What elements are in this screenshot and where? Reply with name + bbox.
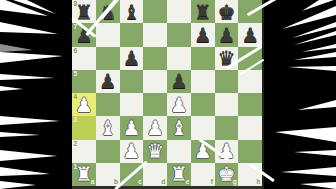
square-a5[interactable]: 5 <box>72 70 96 93</box>
square-h7[interactable]: ♟ <box>238 23 262 46</box>
square-e2[interactable] <box>167 140 191 163</box>
square-a6[interactable]: 6 <box>72 47 96 70</box>
piece-black-rook[interactable]: ♜ <box>75 2 93 22</box>
square-c3[interactable]: ♟ <box>120 116 144 139</box>
square-f6[interactable] <box>191 47 215 70</box>
square-g7[interactable]: ♟ <box>215 23 239 46</box>
file-label: c <box>138 179 142 186</box>
square-g8[interactable]: ♚ <box>215 0 239 23</box>
square-g1[interactable]: g♚ <box>215 163 239 186</box>
square-b1[interactable]: b <box>96 163 120 186</box>
rank-label: 4 <box>74 94 78 101</box>
piece-black-pawn[interactable]: ♟ <box>170 71 188 91</box>
square-e7[interactable] <box>167 23 191 46</box>
square-f7[interactable]: ♟ <box>191 23 215 46</box>
square-d8[interactable] <box>143 0 167 23</box>
square-g3[interactable] <box>215 116 239 139</box>
square-f8[interactable]: ♜ <box>191 0 215 23</box>
file-label: d <box>162 179 166 186</box>
square-a2[interactable]: 2 <box>72 140 96 163</box>
rank-label: 6 <box>74 48 78 55</box>
square-c6[interactable]: ♟ <box>120 47 144 70</box>
piece-white-queen[interactable]: ♛ <box>146 141 164 161</box>
square-d4[interactable] <box>143 93 167 116</box>
rank-label: 1 <box>74 164 78 171</box>
square-b4[interactable] <box>96 93 120 116</box>
square-h2[interactable] <box>238 140 262 163</box>
square-d6[interactable] <box>143 47 167 70</box>
piece-white-pawn[interactable]: ♟ <box>122 141 140 161</box>
piece-white-bishop[interactable]: ♝ <box>99 118 117 138</box>
square-g4[interactable] <box>215 93 239 116</box>
piece-white-pawn[interactable]: ♟ <box>75 95 93 115</box>
rank-label: 8 <box>74 1 78 8</box>
square-e8[interactable] <box>167 0 191 23</box>
square-f5[interactable] <box>191 70 215 93</box>
square-c2[interactable]: ♟ <box>120 140 144 163</box>
piece-black-pawn[interactable]: ♟ <box>194 25 212 45</box>
piece-black-pawn[interactable]: ♟ <box>122 48 140 68</box>
square-b6[interactable] <box>96 47 120 70</box>
square-d1[interactable]: d <box>143 163 167 186</box>
file-label: f <box>211 179 213 186</box>
piece-white-pawn[interactable]: ♟ <box>170 95 188 115</box>
piece-black-pawn[interactable]: ♟ <box>217 25 235 45</box>
square-c7[interactable] <box>120 23 144 46</box>
speed-lines-left <box>0 0 73 189</box>
file-label: g <box>233 179 237 186</box>
piece-black-rook[interactable]: ♜ <box>194 2 212 22</box>
rank-label: 2 <box>74 141 78 148</box>
piece-white-pawn[interactable]: ♟ <box>122 118 140 138</box>
square-a1[interactable]: 1a♜ <box>72 163 96 186</box>
square-d3[interactable]: ♟ <box>143 116 167 139</box>
square-c4[interactable] <box>120 93 144 116</box>
square-b5[interactable]: ♟ <box>96 70 120 93</box>
square-a4[interactable]: 4♟ <box>72 93 96 116</box>
piece-white-bishop[interactable]: ♝ <box>170 118 188 138</box>
square-d7[interactable] <box>143 23 167 46</box>
square-e4[interactable]: ♟ <box>167 93 191 116</box>
square-d5[interactable] <box>143 70 167 93</box>
piece-white-pawn[interactable]: ♟ <box>146 118 164 138</box>
rank-label: 5 <box>74 71 78 78</box>
square-e3[interactable]: ♝ <box>167 116 191 139</box>
square-a3[interactable]: 3 <box>72 116 96 139</box>
square-h1[interactable]: h <box>238 163 262 186</box>
square-g5[interactable] <box>215 70 239 93</box>
piece-black-king[interactable]: ♚ <box>217 2 235 22</box>
square-e1[interactable]: e♜ <box>167 163 191 186</box>
square-f4[interactable] <box>191 93 215 116</box>
file-label: h <box>257 179 261 186</box>
square-h4[interactable] <box>238 93 262 116</box>
speed-lines-right <box>264 0 336 189</box>
rank-label: 7 <box>74 24 78 31</box>
square-c8[interactable]: ♝ <box>120 0 144 23</box>
square-f3[interactable] <box>191 116 215 139</box>
piece-black-pawn[interactable]: ♟ <box>99 71 117 91</box>
square-e6[interactable] <box>167 47 191 70</box>
file-label: e <box>186 179 190 186</box>
square-b7[interactable] <box>96 23 120 46</box>
square-d2[interactable]: ♛ <box>143 140 167 163</box>
file-label: a <box>91 179 95 186</box>
square-b3[interactable]: ♝ <box>96 116 120 139</box>
thumbnail-scene: 8♜♞♝♜♚7♟♟♟♟6♟♛5♟♟4♟♟3♝♟♟♝2♟♛♟♟1a♜bcde♜fg… <box>0 0 336 189</box>
square-c5[interactable] <box>120 70 144 93</box>
square-e5[interactable]: ♟ <box>167 70 191 93</box>
piece-black-pawn[interactable]: ♟ <box>241 25 259 45</box>
square-f1[interactable]: f <box>191 163 215 186</box>
square-h3[interactable] <box>238 116 262 139</box>
chess-board[interactable]: 8♜♞♝♜♚7♟♟♟♟6♟♛5♟♟4♟♟3♝♟♟♝2♟♛♟♟1a♜bcde♜fg… <box>72 0 264 189</box>
square-b2[interactable] <box>96 140 120 163</box>
rank-label: 3 <box>74 117 78 124</box>
piece-black-bishop[interactable]: ♝ <box>122 2 140 22</box>
